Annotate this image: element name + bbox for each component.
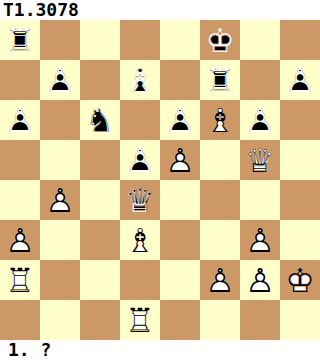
square-f5[interactable]	[200, 140, 240, 180]
piece-black-pawn-icon[interactable]: ♟♙	[40, 60, 80, 100]
square-c2[interactable]	[80, 260, 120, 300]
square-c1[interactable]	[80, 300, 120, 340]
square-g5[interactable]: ♛♕	[240, 140, 280, 180]
square-h7[interactable]: ♟♙	[280, 60, 320, 100]
piece-white-rook-icon[interactable]: ♜♖	[0, 260, 40, 300]
square-a4[interactable]	[0, 180, 40, 220]
square-e6[interactable]: ♟♙	[160, 100, 200, 140]
piece-black-pawn-icon[interactable]: ♟♙	[160, 100, 200, 140]
square-g8[interactable]	[240, 20, 280, 60]
piece-black-bishop-icon[interactable]: ♝♗	[120, 60, 160, 100]
piece-black-pawn-icon[interactable]: ♟♙	[240, 100, 280, 140]
piece-outline-glyph: ♙	[240, 260, 280, 300]
piece-outline-glyph: ♗	[200, 100, 240, 140]
piece-black-rook-icon[interactable]: ♜♖	[0, 20, 40, 60]
piece-outline-glyph: ♙	[40, 60, 80, 100]
square-e4[interactable]	[160, 180, 200, 220]
piece-outline-glyph: ♕	[240, 140, 280, 180]
square-h8[interactable]	[280, 20, 320, 60]
piece-black-pawn-icon[interactable]: ♟♙	[0, 100, 40, 140]
square-d3[interactable]: ♝♗	[120, 220, 160, 260]
piece-outline-glyph: ♔	[280, 260, 320, 300]
square-g2[interactable]: ♟♙	[240, 260, 280, 300]
piece-outline-glyph: ♖	[120, 300, 160, 340]
square-c4[interactable]	[80, 180, 120, 220]
square-g3[interactable]: ♟♙	[240, 220, 280, 260]
square-d7[interactable]: ♝♗	[120, 60, 160, 100]
piece-outline-glyph: ♙	[40, 180, 80, 220]
piece-outline-glyph: ♗	[120, 220, 160, 260]
square-a3[interactable]: ♟♙	[0, 220, 40, 260]
piece-white-bishop-icon[interactable]: ♝♗	[200, 100, 240, 140]
square-h5[interactable]	[280, 140, 320, 180]
piece-outline-glyph: ♙	[240, 100, 280, 140]
square-e8[interactable]	[160, 20, 200, 60]
square-c5[interactable]	[80, 140, 120, 180]
piece-black-pawn-icon[interactable]: ♟♙	[120, 140, 160, 180]
piece-white-pawn-icon[interactable]: ♟♙	[0, 220, 40, 260]
piece-outline-glyph: ♖	[0, 20, 40, 60]
piece-outline-glyph: ♙	[120, 140, 160, 180]
piece-outline-glyph: ♕	[120, 180, 160, 220]
square-b5[interactable]	[40, 140, 80, 180]
square-a1[interactable]	[0, 300, 40, 340]
square-f8[interactable]: ♚♔	[200, 20, 240, 60]
square-d1[interactable]: ♜♖	[120, 300, 160, 340]
piece-white-rook-icon[interactable]: ♜♖	[120, 300, 160, 340]
piece-outline-glyph: ♙	[160, 100, 200, 140]
square-a2[interactable]: ♜♖	[0, 260, 40, 300]
square-b8[interactable]	[40, 20, 80, 60]
square-e5[interactable]: ♟♙	[160, 140, 200, 180]
piece-outline-glyph: ♘	[80, 100, 120, 140]
square-c7[interactable]	[80, 60, 120, 100]
square-b3[interactable]	[40, 220, 80, 260]
piece-outline-glyph: ♔	[200, 20, 240, 60]
square-h2[interactable]: ♚♔	[280, 260, 320, 300]
piece-white-queen-icon[interactable]: ♛♕	[240, 140, 280, 180]
piece-black-queen-icon[interactable]: ♛♕	[120, 180, 160, 220]
square-d5[interactable]: ♟♙	[120, 140, 160, 180]
piece-outline-glyph: ♖	[0, 260, 40, 300]
square-g4[interactable]	[240, 180, 280, 220]
square-e7[interactable]	[160, 60, 200, 100]
square-a5[interactable]	[0, 140, 40, 180]
square-c8[interactable]	[80, 20, 120, 60]
piece-outline-glyph: ♖	[200, 60, 240, 100]
square-b2[interactable]	[40, 260, 80, 300]
piece-white-pawn-icon[interactable]: ♟♙	[200, 260, 240, 300]
square-b1[interactable]	[40, 300, 80, 340]
square-b4[interactable]: ♟♙	[40, 180, 80, 220]
square-g7[interactable]	[240, 60, 280, 100]
piece-white-pawn-icon[interactable]: ♟♙	[160, 140, 200, 180]
piece-outline-glyph: ♙	[0, 100, 40, 140]
piece-outline-glyph: ♙	[0, 220, 40, 260]
square-g6[interactable]: ♟♙	[240, 100, 280, 140]
square-f3[interactable]	[200, 220, 240, 260]
square-f2[interactable]: ♟♙	[200, 260, 240, 300]
piece-outline-glyph: ♙	[200, 260, 240, 300]
square-e1[interactable]	[160, 300, 200, 340]
piece-black-knight-icon[interactable]: ♞♘	[80, 100, 120, 140]
piece-white-bishop-icon[interactable]: ♝♗	[120, 220, 160, 260]
piece-outline-glyph: ♙	[240, 220, 280, 260]
piece-white-pawn-icon[interactable]: ♟♙	[40, 180, 80, 220]
square-d4[interactable]: ♛♕	[120, 180, 160, 220]
piece-outline-glyph: ♗	[120, 60, 160, 100]
square-b6[interactable]	[40, 100, 80, 140]
square-h3[interactable]	[280, 220, 320, 260]
square-f7[interactable]: ♜♖	[200, 60, 240, 100]
puzzle-id: T1.3078	[0, 0, 320, 20]
square-e3[interactable]	[160, 220, 200, 260]
square-d2[interactable]	[120, 260, 160, 300]
square-a6[interactable]: ♟♙	[0, 100, 40, 140]
piece-black-pawn-icon[interactable]: ♟♙	[280, 60, 320, 100]
chess-board: ♜♖♚♔♟♙♝♗♜♖♟♙♟♙♞♘♟♙♝♗♟♙♟♙♟♙♛♕♟♙♛♕♟♙♝♗♟♙♜♖…	[0, 20, 320, 340]
square-d8[interactable]	[120, 20, 160, 60]
square-a8[interactable]: ♜♖	[0, 20, 40, 60]
square-h6[interactable]	[280, 100, 320, 140]
move-prompt: 1. ?	[0, 340, 320, 360]
piece-white-pawn-icon[interactable]: ♟♙	[240, 220, 280, 260]
square-b7[interactable]: ♟♙	[40, 60, 80, 100]
square-g1[interactable]	[240, 300, 280, 340]
square-h4[interactable]	[280, 180, 320, 220]
piece-black-rook-icon[interactable]: ♜♖	[200, 60, 240, 100]
square-d6[interactable]	[120, 100, 160, 140]
square-f6[interactable]: ♝♗	[200, 100, 240, 140]
square-a7[interactable]	[0, 60, 40, 100]
square-f4[interactable]	[200, 180, 240, 220]
square-c6[interactable]: ♞♘	[80, 100, 120, 140]
piece-white-pawn-icon[interactable]: ♟♙	[240, 260, 280, 300]
piece-outline-glyph: ♙	[280, 60, 320, 100]
square-c3[interactable]	[80, 220, 120, 260]
square-h1[interactable]	[280, 300, 320, 340]
piece-white-king-icon[interactable]: ♚♔	[280, 260, 320, 300]
piece-black-king-icon[interactable]: ♚♔	[200, 20, 240, 60]
square-e2[interactable]	[160, 260, 200, 300]
square-f1[interactable]	[200, 300, 240, 340]
piece-outline-glyph: ♙	[160, 140, 200, 180]
